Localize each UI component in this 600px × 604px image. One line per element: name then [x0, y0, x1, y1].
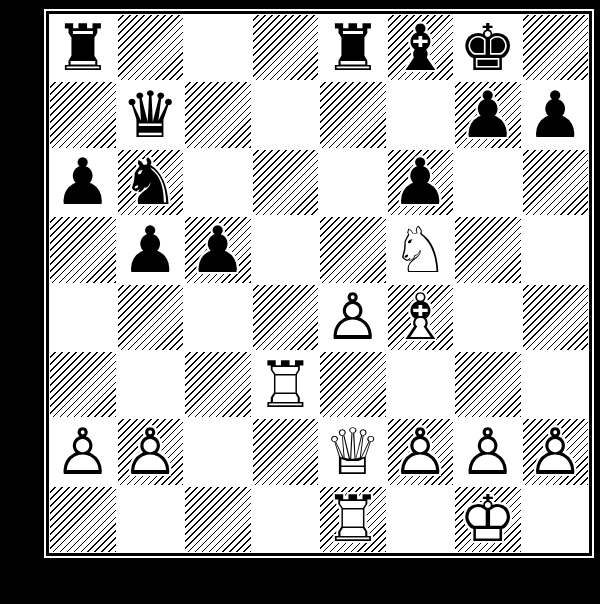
square-d3[interactable]: ♜♖ — [252, 351, 320, 418]
square-d1[interactable] — [252, 486, 320, 553]
piece-black-pawn[interactable]: ♟ — [49, 149, 117, 216]
square-g1[interactable]: ♚♔ — [454, 486, 522, 553]
square-e7[interactable] — [319, 81, 387, 148]
square-a3[interactable] — [49, 351, 117, 418]
square-h6[interactable] — [522, 149, 590, 216]
piece-white-knight[interactable]: ♘ — [387, 216, 455, 283]
square-f4[interactable]: ♝♗ — [387, 284, 455, 351]
square-d4[interactable] — [252, 284, 320, 351]
piece-black-pawn[interactable]: ♟ — [184, 216, 252, 283]
piece-black-pawn[interactable]: ♟ — [522, 81, 590, 148]
square-c1[interactable] — [184, 486, 252, 553]
square-b3[interactable] — [117, 351, 185, 418]
square-f1[interactable] — [387, 486, 455, 553]
piece-black-pawn[interactable]: ♟ — [454, 81, 522, 148]
board-grid: ♜♜♜♜♝♝♚♚♛♛♟♟♟♟♟♟♞♞♟♟♟♟♟♟♞♘♟♙♝♗♜♖♟♙♟♙♛♕♟♙… — [49, 14, 589, 553]
piece-black-bishop[interactable]: ♝ — [387, 14, 455, 81]
square-a7[interactable] — [49, 81, 117, 148]
square-g3[interactable] — [454, 351, 522, 418]
piece-white-rook[interactable]: ♖ — [252, 351, 320, 418]
square-e6[interactable] — [319, 149, 387, 216]
square-h3[interactable] — [522, 351, 590, 418]
square-e8[interactable]: ♜♜ — [319, 14, 387, 81]
square-g4[interactable] — [454, 284, 522, 351]
piece-white-rook[interactable]: ♖ — [319, 486, 387, 553]
square-c3[interactable] — [184, 351, 252, 418]
square-a4[interactable] — [49, 284, 117, 351]
square-c2[interactable] — [184, 418, 252, 485]
piece-black-rook[interactable]: ♜ — [49, 14, 117, 81]
square-g8[interactable]: ♚♚ — [454, 14, 522, 81]
square-b1[interactable] — [117, 486, 185, 553]
piece-black-pawn[interactable]: ♟ — [117, 216, 185, 283]
square-h8[interactable] — [522, 14, 590, 81]
piece-black-pawn[interactable]: ♟ — [387, 149, 455, 216]
square-g6[interactable] — [454, 149, 522, 216]
square-h1[interactable] — [522, 486, 590, 553]
square-b4[interactable] — [117, 284, 185, 351]
square-d7[interactable] — [252, 81, 320, 148]
page-background: { "game": "chess", "position": "r3rbk1/1… — [0, 0, 600, 604]
square-g7[interactable]: ♟♟ — [454, 81, 522, 148]
square-g5[interactable] — [454, 216, 522, 283]
square-c5[interactable]: ♟♟ — [184, 216, 252, 283]
square-a2[interactable]: ♟♙ — [49, 418, 117, 485]
square-c7[interactable] — [184, 81, 252, 148]
square-d6[interactable] — [252, 149, 320, 216]
square-e1[interactable]: ♜♖ — [319, 486, 387, 553]
piece-white-queen[interactable]: ♕ — [319, 418, 387, 485]
square-b7[interactable]: ♛♛ — [117, 81, 185, 148]
piece-black-queen[interactable]: ♛ — [117, 81, 185, 148]
square-b5[interactable]: ♟♟ — [117, 216, 185, 283]
square-e2[interactable]: ♛♕ — [319, 418, 387, 485]
square-h2[interactable]: ♟♙ — [522, 418, 590, 485]
square-h5[interactable] — [522, 216, 590, 283]
piece-black-rook[interactable]: ♜ — [319, 14, 387, 81]
square-c4[interactable] — [184, 284, 252, 351]
square-c6[interactable] — [184, 149, 252, 216]
piece-white-bishop[interactable]: ♗ — [387, 284, 455, 351]
piece-black-knight[interactable]: ♞ — [117, 149, 185, 216]
piece-white-king[interactable]: ♔ — [454, 486, 522, 553]
square-f6[interactable]: ♟♟ — [387, 149, 455, 216]
board-frame: ♜♜♜♜♝♝♚♚♛♛♟♟♟♟♟♟♞♞♟♟♟♟♟♟♞♘♟♙♝♗♜♖♟♙♟♙♛♕♟♙… — [46, 11, 592, 556]
chess-board: ♜♜♜♜♝♝♚♚♛♛♟♟♟♟♟♟♞♞♟♟♟♟♟♟♞♘♟♙♝♗♜♖♟♙♟♙♛♕♟♙… — [44, 9, 594, 558]
piece-white-pawn[interactable]: ♙ — [319, 284, 387, 351]
square-f8[interactable]: ♝♝ — [387, 14, 455, 81]
square-d8[interactable] — [252, 14, 320, 81]
square-c8[interactable] — [184, 14, 252, 81]
square-b8[interactable] — [117, 14, 185, 81]
square-b6[interactable]: ♞♞ — [117, 149, 185, 216]
piece-white-pawn[interactable]: ♙ — [522, 418, 590, 485]
square-a6[interactable]: ♟♟ — [49, 149, 117, 216]
square-a5[interactable] — [49, 216, 117, 283]
piece-white-pawn[interactable]: ♙ — [49, 418, 117, 485]
square-g2[interactable]: ♟♙ — [454, 418, 522, 485]
square-h4[interactable] — [522, 284, 590, 351]
square-b2[interactable]: ♟♙ — [117, 418, 185, 485]
piece-white-pawn[interactable]: ♙ — [454, 418, 522, 485]
square-a8[interactable]: ♜♜ — [49, 14, 117, 81]
square-h7[interactable]: ♟♟ — [522, 81, 590, 148]
square-d2[interactable] — [252, 418, 320, 485]
piece-white-pawn[interactable]: ♙ — [117, 418, 185, 485]
square-f2[interactable]: ♟♙ — [387, 418, 455, 485]
square-e3[interactable] — [319, 351, 387, 418]
square-f5[interactable]: ♞♘ — [387, 216, 455, 283]
piece-white-pawn[interactable]: ♙ — [387, 418, 455, 485]
square-a1[interactable] — [49, 486, 117, 553]
piece-black-king[interactable]: ♚ — [454, 14, 522, 81]
square-f7[interactable] — [387, 81, 455, 148]
square-d5[interactable] — [252, 216, 320, 283]
square-e4[interactable]: ♟♙ — [319, 284, 387, 351]
square-f3[interactable] — [387, 351, 455, 418]
square-e5[interactable] — [319, 216, 387, 283]
